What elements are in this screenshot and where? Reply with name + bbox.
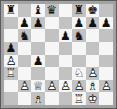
- square-g3[interactable]: ♟♙: [86, 67, 100, 80]
- white-pawn[interactable]: ♟♙: [18, 80, 32, 93]
- black-queen[interactable]: ♛: [45, 4, 59, 17]
- square-c5[interactable]: [31, 42, 45, 55]
- white-piece-outline-layer: ♙: [87, 67, 98, 79]
- black-king[interactable]: ♚: [86, 4, 100, 17]
- square-c6[interactable]: [31, 29, 45, 42]
- square-e2[interactable]: ♟♙: [59, 80, 73, 93]
- square-b5[interactable]: [18, 42, 32, 55]
- square-a7[interactable]: [4, 17, 18, 30]
- black-pawn[interactable]: ♟: [4, 42, 18, 55]
- square-e3[interactable]: [59, 67, 73, 80]
- square-h8[interactable]: [99, 4, 113, 17]
- square-h1[interactable]: [99, 92, 113, 105]
- square-f7[interactable]: ♟: [72, 17, 86, 30]
- square-e8[interactable]: [59, 4, 73, 17]
- white-piece-outline-layer: ♙: [101, 80, 112, 92]
- square-g8[interactable]: ♚: [86, 4, 100, 17]
- square-a5[interactable]: ♟: [4, 42, 18, 55]
- white-bishop[interactable]: ♝♗: [86, 80, 100, 93]
- square-b3[interactable]: [18, 67, 32, 80]
- square-d8[interactable]: ♛: [45, 4, 59, 17]
- square-g5[interactable]: [86, 42, 100, 55]
- white-pawn[interactable]: ♟♙: [86, 67, 100, 80]
- white-rook[interactable]: ♜♖: [4, 67, 18, 80]
- square-g1[interactable]: ♚♔: [86, 92, 100, 105]
- white-piece-outline-layer: ♔: [87, 93, 98, 105]
- square-d6[interactable]: [45, 29, 59, 42]
- white-piece-outline-layer: ♗: [33, 93, 44, 105]
- black-bishop[interactable]: ♝: [31, 4, 45, 17]
- square-c8[interactable]: ♝: [31, 4, 45, 17]
- white-pawn[interactable]: ♟♙: [4, 55, 18, 68]
- square-a2[interactable]: [4, 80, 18, 93]
- square-a1[interactable]: [4, 92, 18, 105]
- black-knight[interactable]: ♞: [18, 29, 32, 42]
- square-h7[interactable]: ♟: [99, 17, 113, 30]
- square-b2[interactable]: ♟♙: [18, 80, 32, 93]
- black-rook[interactable]: ♜: [4, 4, 18, 17]
- square-h4[interactable]: [99, 55, 113, 68]
- white-king[interactable]: ♚♔: [86, 92, 100, 105]
- square-c3[interactable]: [31, 67, 45, 80]
- white-piece-outline-layer: ♙: [19, 80, 30, 92]
- square-f8[interactable]: ♜: [72, 4, 86, 17]
- white-piece-outline-layer: ♗: [87, 80, 98, 92]
- square-a8[interactable]: ♜: [4, 4, 18, 17]
- white-piece-outline-layer: ♙: [5, 55, 16, 67]
- white-pawn[interactable]: ♟♙: [45, 80, 59, 93]
- white-piece-outline-layer: ♖: [74, 93, 85, 105]
- square-g2[interactable]: ♝♗: [86, 80, 100, 93]
- square-h6[interactable]: [99, 29, 113, 42]
- square-f5[interactable]: [72, 42, 86, 55]
- square-b4[interactable]: [18, 55, 32, 68]
- square-d4[interactable]: [45, 55, 59, 68]
- square-e4[interactable]: [59, 55, 73, 68]
- square-b6[interactable]: ♞: [18, 29, 32, 42]
- square-d3[interactable]: [45, 67, 59, 80]
- square-f1[interactable]: ♜♖: [72, 92, 86, 105]
- square-b8[interactable]: [18, 4, 32, 17]
- square-e5[interactable]: [59, 42, 73, 55]
- square-e7[interactable]: [59, 17, 73, 30]
- square-g6[interactable]: [86, 29, 100, 42]
- square-a4[interactable]: ♟♙: [4, 55, 18, 68]
- white-piece-outline-layer: ♕: [33, 80, 44, 92]
- black-pawn[interactable]: ♟: [31, 17, 45, 30]
- square-d5[interactable]: [45, 42, 59, 55]
- square-d7[interactable]: [45, 17, 59, 30]
- black-pawn[interactable]: ♟: [18, 17, 32, 30]
- square-b1[interactable]: [18, 92, 32, 105]
- black-rook[interactable]: ♜: [72, 4, 86, 17]
- white-bishop[interactable]: ♝♗: [31, 92, 45, 105]
- square-g7[interactable]: ♟: [86, 17, 100, 30]
- square-c2[interactable]: ♛♕: [31, 80, 45, 93]
- black-knight[interactable]: ♞: [72, 29, 86, 42]
- square-e6[interactable]: ♟: [59, 29, 73, 42]
- square-f6[interactable]: ♞: [72, 29, 86, 42]
- white-piece-outline-layer: ♙: [60, 80, 71, 92]
- square-a3[interactable]: ♜♖: [4, 67, 18, 80]
- black-pawn[interactable]: ♟: [72, 17, 86, 30]
- white-piece-outline-layer: ♙: [46, 80, 57, 92]
- white-piece-outline-layer: ♘: [74, 67, 85, 79]
- square-d1[interactable]: [45, 92, 59, 105]
- square-d2[interactable]: ♟♙: [45, 80, 59, 93]
- black-pawn[interactable]: ♟: [31, 55, 45, 68]
- black-pawn[interactable]: ♟: [59, 29, 73, 42]
- black-pawn[interactable]: ♟: [99, 17, 113, 30]
- square-b7[interactable]: ♟: [18, 17, 32, 30]
- square-c7[interactable]: ♟: [31, 17, 45, 30]
- white-piece-outline-layer: ♖: [5, 67, 16, 79]
- square-e1[interactable]: [59, 92, 73, 105]
- white-pawn[interactable]: ♟♙: [59, 80, 73, 93]
- square-c4[interactable]: ♟: [31, 55, 45, 68]
- white-pawn[interactable]: ♟♙: [72, 80, 86, 93]
- square-g4[interactable]: [86, 55, 100, 68]
- black-pawn[interactable]: ♟: [86, 17, 100, 30]
- white-piece-outline-layer: ♙: [74, 80, 85, 92]
- square-a6[interactable]: [4, 29, 18, 42]
- chess-board: ♜♝♛♜♚♟♟♟♟♟♞♟♞♟♟♙♟♜♖♞♘♟♙♟♙♛♕♟♙♟♙♟♙♝♗♟♙♝♗♜…: [0, 0, 117, 109]
- square-h5[interactable]: [99, 42, 113, 55]
- square-h2[interactable]: ♟♙: [99, 80, 113, 93]
- square-f4[interactable]: [72, 55, 86, 68]
- white-rook[interactable]: ♜♖: [72, 92, 86, 105]
- chess-board-grid: ♜♝♛♜♚♟♟♟♟♟♞♟♞♟♟♙♟♜♖♞♘♟♙♟♙♛♕♟♙♟♙♟♙♝♗♟♙♝♗♜…: [4, 4, 113, 105]
- white-pawn[interactable]: ♟♙: [99, 80, 113, 93]
- square-h3[interactable]: [99, 67, 113, 80]
- square-c1[interactable]: ♝♗: [31, 92, 45, 105]
- square-f3[interactable]: ♞♘: [72, 67, 86, 80]
- square-f2[interactable]: ♟♙: [72, 80, 86, 93]
- white-knight[interactable]: ♞♘: [72, 67, 86, 80]
- white-queen[interactable]: ♛♕: [31, 80, 45, 93]
